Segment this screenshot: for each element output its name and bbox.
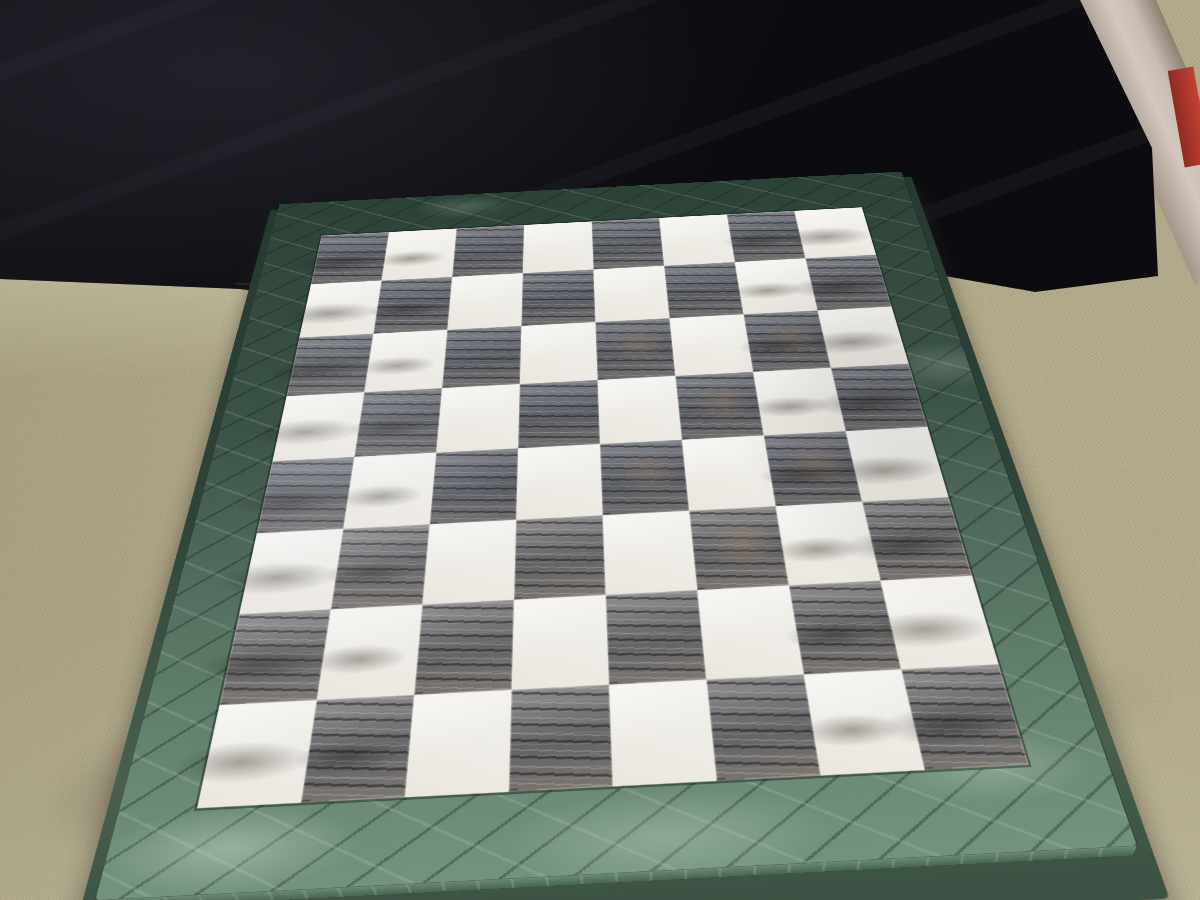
square-c5r3 <box>595 318 675 380</box>
square-c6r3 <box>669 314 753 376</box>
square-c3r2 <box>447 273 522 330</box>
square-c5r5 <box>600 440 689 516</box>
black-pawn-glyph: ♟ <box>804 547 885 637</box>
chess-board: ♚♟♟♚♛♟♟♛♝♟♟♝♝♟♟♝♜♟♟♜♜♟♟♜♞♟♟♞♞♟♟♞ <box>95 172 1137 900</box>
square-c4r1 <box>523 221 594 273</box>
square-c8r2 <box>805 255 891 311</box>
square-c7r3 <box>743 310 830 371</box>
square-c1r3 <box>287 334 374 397</box>
square-c2r2 <box>373 277 452 334</box>
square-c7r1 <box>727 211 806 262</box>
white-pawn-glyph: ♟ <box>330 572 411 662</box>
square-c2r1 <box>382 229 457 281</box>
square-c3r1 <box>452 225 524 277</box>
square-c4r5 <box>516 444 602 520</box>
square-c4r8 <box>509 685 613 792</box>
square-c8r1 <box>794 207 876 258</box>
square-c4r3 <box>520 322 598 384</box>
black-knight-glyph: ♞ <box>909 604 1022 730</box>
square-c5r2 <box>593 266 669 322</box>
square-c6r1 <box>659 214 735 265</box>
white-pawn-glyph: ♟ <box>315 664 401 760</box>
square-c3r3 <box>442 326 521 388</box>
white-pawn-glyph: ♟ <box>343 491 419 576</box>
square-c5r7 <box>606 590 707 685</box>
square-c5r8 <box>609 680 717 787</box>
scene-3d: ♚♟♟♚♛♟♟♛♝♟♟♝♝♟♟♝♜♟♟♜♜♟♟♜♞♟♟♞♞♟♟♞ <box>0 0 1200 900</box>
square-c6r4 <box>675 372 763 440</box>
square-c5r4 <box>598 376 682 444</box>
square-c3r8 <box>405 690 512 798</box>
square-c3r5 <box>430 448 518 524</box>
square-c1r2 <box>299 281 381 338</box>
photo-stage: ♚♟♟♚♛♟♟♛♝♟♟♝♝♟♟♝♜♟♟♜♜♟♟♜♞♟♟♞♞♟♟♞ <box>0 0 1200 900</box>
square-c2r3 <box>364 330 447 392</box>
white-knight-glyph: ♞ <box>201 641 314 767</box>
square-c6r8 <box>706 674 820 781</box>
square-c6r2 <box>664 262 743 318</box>
black-pawn-glyph: ♟ <box>821 637 907 733</box>
square-c1r1 <box>311 232 389 284</box>
square-c4r2 <box>521 269 595 325</box>
square-c3r4 <box>436 384 520 453</box>
square-c7r2 <box>735 258 818 314</box>
square-c4r7 <box>512 595 609 690</box>
square-c4r4 <box>518 380 600 448</box>
square-c5r1 <box>592 218 664 270</box>
